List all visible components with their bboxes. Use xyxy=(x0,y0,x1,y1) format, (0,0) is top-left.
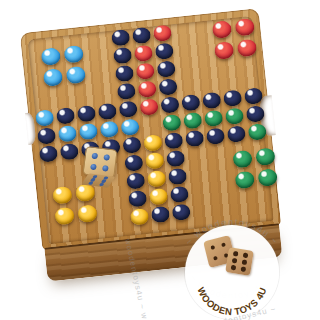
navy-marble[interactable] xyxy=(110,29,130,47)
navy-marble[interactable] xyxy=(181,94,201,112)
navy-marble[interactable] xyxy=(112,47,132,65)
navy-marble[interactable] xyxy=(184,130,204,148)
watermark-badge: ~ woodentoys4u ~ ~ woodentoys4u ~ WOODEN… xyxy=(185,225,279,319)
red-marble[interactable] xyxy=(234,18,255,37)
navy-marble[interactable] xyxy=(118,100,138,118)
navy-marble[interactable] xyxy=(169,186,189,204)
green-marble[interactable] xyxy=(203,110,223,128)
home-bottom-right xyxy=(232,147,282,196)
green-marble[interactable] xyxy=(257,168,278,187)
die-pip xyxy=(103,154,110,161)
red-marble[interactable] xyxy=(135,62,155,80)
navy-marble[interactable] xyxy=(226,125,246,143)
blue-marble[interactable] xyxy=(57,125,77,143)
green-marble[interactable] xyxy=(234,171,255,190)
navy-marble[interactable] xyxy=(245,105,265,123)
navy-marble[interactable] xyxy=(97,103,117,121)
red-marble[interactable] xyxy=(212,20,233,39)
red-marble[interactable] xyxy=(137,80,157,98)
die-pip xyxy=(88,181,94,185)
navy-marble[interactable] xyxy=(122,136,142,154)
home-top-left xyxy=(40,44,90,93)
blue-marble[interactable] xyxy=(63,45,84,64)
yellow-marble[interactable] xyxy=(54,207,75,226)
navy-marble[interactable] xyxy=(55,107,75,125)
navy-marble[interactable] xyxy=(243,87,263,105)
green-marble[interactable] xyxy=(224,107,244,125)
navy-marble[interactable] xyxy=(163,132,183,150)
blue-marble[interactable] xyxy=(34,109,54,127)
yellow-marble[interactable] xyxy=(52,186,73,205)
blue-marble[interactable] xyxy=(40,47,61,66)
red-marble[interactable] xyxy=(133,45,153,63)
die-pip xyxy=(90,163,97,170)
navy-marble[interactable] xyxy=(156,60,176,78)
blue-marble[interactable] xyxy=(99,121,119,139)
yellow-marble[interactable] xyxy=(146,170,166,188)
die-pip xyxy=(102,165,109,172)
green-marble[interactable] xyxy=(232,150,253,169)
navy-marble[interactable] xyxy=(165,150,185,168)
green-marble[interactable] xyxy=(255,147,276,166)
red-marble[interactable] xyxy=(139,98,159,116)
navy-marble[interactable] xyxy=(125,172,145,190)
yellow-marble[interactable] xyxy=(144,152,164,170)
navy-marble[interactable] xyxy=(114,65,134,83)
home-top-right xyxy=(212,17,262,66)
blue-marble[interactable] xyxy=(43,68,64,87)
navy-marble[interactable] xyxy=(222,89,242,107)
home-bottom-left xyxy=(52,183,102,232)
yellow-marble[interactable] xyxy=(77,204,98,223)
navy-marble[interactable] xyxy=(154,42,174,60)
navy-marble[interactable] xyxy=(167,168,187,186)
yellow-marble[interactable] xyxy=(129,208,149,226)
badge-text-arc: WOODEN TOYS 4U xyxy=(185,225,279,319)
navy-marble[interactable] xyxy=(124,154,144,172)
green-marble[interactable] xyxy=(182,112,202,130)
wooden-die[interactable] xyxy=(81,146,118,192)
green-marble[interactable] xyxy=(247,123,267,141)
photo-background: woodentoys4u ~ woodentoys4u ~ woodentoys… xyxy=(0,0,320,320)
navy-marble[interactable] xyxy=(59,143,79,161)
navy-marble[interactable] xyxy=(131,27,151,45)
die-pip xyxy=(91,153,98,160)
navy-marble[interactable] xyxy=(76,105,96,123)
red-marble[interactable] xyxy=(237,39,258,58)
navy-marble[interactable] xyxy=(160,96,180,114)
red-marble[interactable] xyxy=(152,24,172,42)
red-marble[interactable] xyxy=(214,41,235,60)
navy-marble[interactable] xyxy=(127,190,147,208)
blue-marble[interactable] xyxy=(66,66,87,85)
die-front-face xyxy=(81,173,115,187)
navy-marble[interactable] xyxy=(38,145,58,163)
navy-marble[interactable] xyxy=(116,83,136,101)
navy-marble[interactable] xyxy=(36,127,56,145)
yellow-marble[interactable] xyxy=(148,188,168,206)
navy-marble[interactable] xyxy=(201,92,221,110)
yellow-marble[interactable] xyxy=(143,134,163,152)
navy-marble[interactable] xyxy=(205,127,225,145)
green-marble[interactable] xyxy=(162,114,182,132)
blue-marble[interactable] xyxy=(78,123,98,141)
blue-marble[interactable] xyxy=(120,118,140,136)
navy-marble[interactable] xyxy=(158,78,178,96)
die-pip xyxy=(99,183,105,187)
